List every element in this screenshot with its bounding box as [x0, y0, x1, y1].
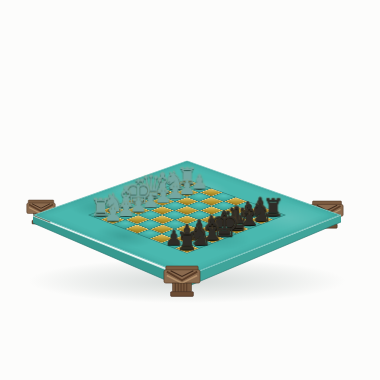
board-foot-bottom: [164, 266, 200, 296]
board-feet-front: [0, 0, 380, 380]
product-photo: ♜♟♟♜♞♟♟♞♝♟♟♝♛♟♟♛♚♟♟♚♝♟♟♝♞♟♟♞♜♟♟♜: [0, 0, 380, 380]
